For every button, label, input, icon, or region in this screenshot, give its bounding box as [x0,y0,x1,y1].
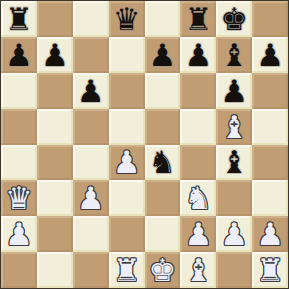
black-knight-e4[interactable]: ♞ [149,145,177,181]
square-h1[interactable]: ♜ [252,252,288,288]
square-h2[interactable]: ♟ [252,216,288,252]
black-pawn-h7[interactable]: ♟ [256,37,284,73]
black-pawn-g6[interactable]: ♟ [220,73,248,109]
black-king-g8[interactable]: ♚ [220,1,248,37]
square-c7[interactable] [73,37,109,73]
square-c1[interactable] [73,252,109,288]
white-rook-h1[interactable]: ♜ [256,252,284,288]
white-pawn-h2[interactable]: ♟ [256,216,284,252]
black-pawn-e7[interactable]: ♟ [149,37,177,73]
square-e7[interactable]: ♟ [145,37,181,73]
square-f5[interactable] [180,109,216,145]
white-rook-d1[interactable]: ♜ [113,252,141,288]
square-a3[interactable]: ♛ [1,180,37,216]
square-b8[interactable] [37,1,73,37]
square-g8[interactable]: ♚ [216,1,252,37]
square-c2[interactable] [73,216,109,252]
square-b5[interactable] [37,109,73,145]
square-h5[interactable] [252,109,288,145]
square-d6[interactable] [109,73,145,109]
square-d4[interactable]: ♟ [109,145,145,181]
board-grid: ♜♛♜♚♟♟♟♟♝♟♟♟♝♟♞♝♛♟♞♟♟♟♟♜♚♝♜ [1,1,288,288]
square-g7[interactable]: ♝ [216,37,252,73]
square-h6[interactable] [252,73,288,109]
square-e6[interactable] [145,73,181,109]
white-queen-a3[interactable]: ♛ [5,180,33,216]
white-bishop-g5[interactable]: ♝ [220,109,248,145]
square-f1[interactable]: ♝ [180,252,216,288]
white-king-e1[interactable]: ♚ [149,252,177,288]
square-a7[interactable]: ♟ [1,37,37,73]
square-f7[interactable]: ♟ [180,37,216,73]
square-b7[interactable]: ♟ [37,37,73,73]
black-pawn-f7[interactable]: ♟ [184,37,212,73]
square-c4[interactable] [73,145,109,181]
square-e3[interactable] [145,180,181,216]
black-pawn-a7[interactable]: ♟ [5,37,33,73]
square-g1[interactable] [216,252,252,288]
square-e4[interactable]: ♞ [145,145,181,181]
square-f2[interactable]: ♟ [180,216,216,252]
square-d8[interactable]: ♛ [109,1,145,37]
square-a2[interactable]: ♟ [1,216,37,252]
square-h3[interactable] [252,180,288,216]
white-pawn-d4[interactable]: ♟ [113,145,141,181]
black-bishop-g7[interactable]: ♝ [220,37,248,73]
square-d2[interactable] [109,216,145,252]
square-g2[interactable]: ♟ [216,216,252,252]
square-g4[interactable]: ♝ [216,145,252,181]
square-b6[interactable] [37,73,73,109]
square-a1[interactable] [1,252,37,288]
square-c3[interactable]: ♟ [73,180,109,216]
white-pawn-a2[interactable]: ♟ [5,216,33,252]
black-pawn-b7[interactable]: ♟ [41,37,69,73]
white-knight-f3[interactable]: ♞ [184,180,212,216]
square-e1[interactable]: ♚ [145,252,181,288]
square-b2[interactable] [37,216,73,252]
white-pawn-g2[interactable]: ♟ [220,216,248,252]
square-c6[interactable]: ♟ [73,73,109,109]
black-rook-a8[interactable]: ♜ [5,1,33,37]
black-bishop-g4[interactable]: ♝ [220,145,248,181]
square-d3[interactable] [109,180,145,216]
square-d7[interactable] [109,37,145,73]
white-pawn-c3[interactable]: ♟ [77,180,105,216]
square-h8[interactable] [252,1,288,37]
square-e2[interactable] [145,216,181,252]
square-c8[interactable] [73,1,109,37]
square-g3[interactable] [216,180,252,216]
square-f4[interactable] [180,145,216,181]
white-bishop-f1[interactable]: ♝ [184,252,212,288]
square-h7[interactable]: ♟ [252,37,288,73]
square-a5[interactable] [1,109,37,145]
square-g5[interactable]: ♝ [216,109,252,145]
square-c5[interactable] [73,109,109,145]
square-b1[interactable] [37,252,73,288]
square-d1[interactable]: ♜ [109,252,145,288]
chess-board: ♜♛♜♚♟♟♟♟♝♟♟♟♝♟♞♝♛♟♞♟♟♟♟♜♚♝♜ [0,0,289,289]
square-e5[interactable] [145,109,181,145]
square-a8[interactable]: ♜ [1,1,37,37]
black-pawn-c6[interactable]: ♟ [77,73,105,109]
black-rook-f8[interactable]: ♜ [184,1,212,37]
square-f8[interactable]: ♜ [180,1,216,37]
square-f6[interactable] [180,73,216,109]
black-queen-d8[interactable]: ♛ [113,1,141,37]
square-h4[interactable] [252,145,288,181]
square-e8[interactable] [145,1,181,37]
square-b3[interactable] [37,180,73,216]
square-a6[interactable] [1,73,37,109]
square-g6[interactable]: ♟ [216,73,252,109]
square-b4[interactable] [37,145,73,181]
square-f3[interactable]: ♞ [180,180,216,216]
white-pawn-f2[interactable]: ♟ [184,216,212,252]
square-d5[interactable] [109,109,145,145]
square-a4[interactable] [1,145,37,181]
